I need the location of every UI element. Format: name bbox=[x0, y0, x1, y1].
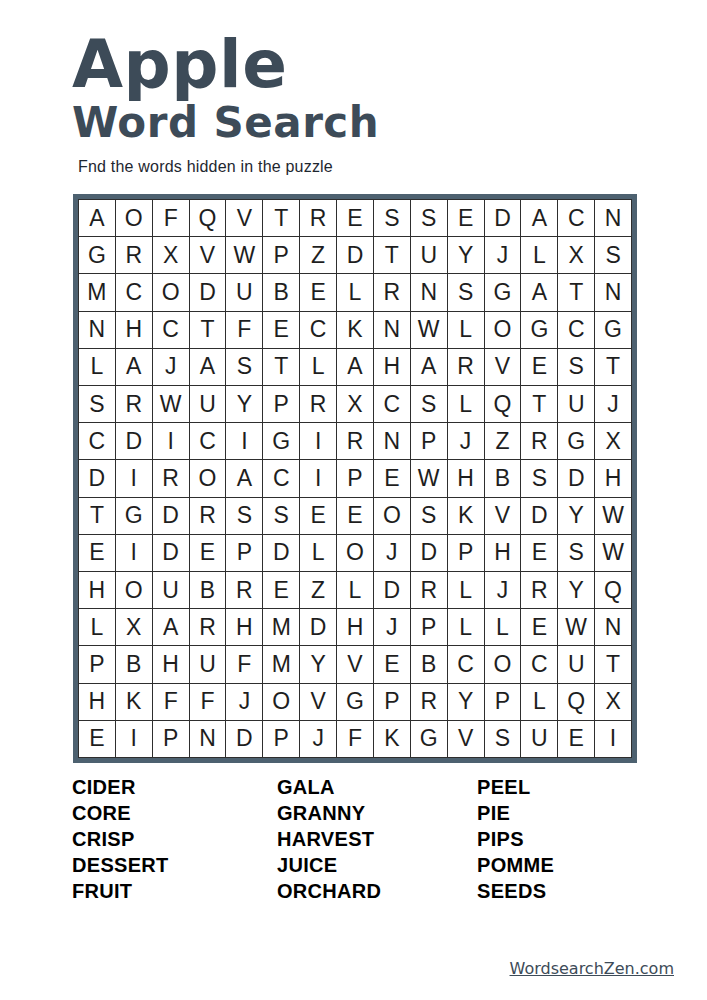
title-block: Apple Word Search bbox=[72, 30, 379, 146]
grid-cell-r11c9: D bbox=[374, 572, 410, 608]
word-core: CORE bbox=[72, 800, 169, 826]
grid-cell-r7c14: G bbox=[558, 423, 594, 459]
grid-cell-r2c4: V bbox=[190, 237, 226, 273]
grid-cell-r5c13: E bbox=[521, 349, 557, 385]
grid-cell-r7c15: X bbox=[595, 423, 631, 459]
grid-cell-r15c11: V bbox=[448, 721, 484, 757]
grid-cell-r7c6: G bbox=[263, 423, 299, 459]
grid-cell-r2c6: P bbox=[263, 237, 299, 273]
grid-cell-r1c6: T bbox=[263, 200, 299, 236]
grid-cell-r5c10: A bbox=[411, 349, 447, 385]
word-fruit: FRUIT bbox=[72, 878, 169, 904]
grid-cell-r7c11: J bbox=[448, 423, 484, 459]
grid-cell-r15c10: G bbox=[411, 721, 447, 757]
grid-cell-r3c6: B bbox=[263, 274, 299, 310]
grid-cell-r8c7: I bbox=[300, 460, 336, 496]
grid-cell-r1c2: O bbox=[116, 200, 152, 236]
grid-cell-r5c11: R bbox=[448, 349, 484, 385]
grid-cell-r10c6: D bbox=[263, 535, 299, 571]
grid-cell-r10c13: E bbox=[521, 535, 557, 571]
grid-cell-r5c6: T bbox=[263, 349, 299, 385]
grid-cell-r12c6: M bbox=[263, 609, 299, 645]
grid-cell-r6c6: P bbox=[263, 386, 299, 422]
grid-cell-r7c12: Z bbox=[485, 423, 521, 459]
grid-cell-r1c4: Q bbox=[190, 200, 226, 236]
grid-cell-r7c13: R bbox=[521, 423, 557, 459]
grid-cell-r8c8: P bbox=[337, 460, 373, 496]
grid-cell-r14c11: Y bbox=[448, 684, 484, 720]
grid-cell-r5c12: V bbox=[485, 349, 521, 385]
grid-cell-r3c10: N bbox=[411, 274, 447, 310]
grid-cell-r15c15: I bbox=[595, 721, 631, 757]
grid-cell-r1c8: E bbox=[337, 200, 373, 236]
grid-cell-r13c8: V bbox=[337, 646, 373, 682]
grid-cell-r7c2: D bbox=[116, 423, 152, 459]
grid-cell-r14c15: X bbox=[595, 684, 631, 720]
grid-cell-r6c11: L bbox=[448, 386, 484, 422]
grid-cell-r8c9: E bbox=[374, 460, 410, 496]
grid-cell-r6c7: R bbox=[300, 386, 336, 422]
grid-cell-r1c12: D bbox=[485, 200, 521, 236]
grid-cell-r15c13: U bbox=[521, 721, 557, 757]
grid-cell-r15c2: I bbox=[116, 721, 152, 757]
grid-cell-r9c11: K bbox=[448, 498, 484, 534]
word-column-1: CIDERCORECRISPDESSERTFRUIT bbox=[72, 774, 169, 904]
grid-cell-r2c15: S bbox=[595, 237, 631, 273]
grid-cell-r15c9: K bbox=[374, 721, 410, 757]
grid-cell-r5c2: A bbox=[116, 349, 152, 385]
grid-cell-r8c12: B bbox=[485, 460, 521, 496]
grid-cell-r3c3: O bbox=[153, 274, 189, 310]
grid-cell-r2c12: J bbox=[485, 237, 521, 273]
grid-cell-r11c12: J bbox=[485, 572, 521, 608]
grid-cell-r2c2: R bbox=[116, 237, 152, 273]
word-juice: JUICE bbox=[277, 852, 381, 878]
grid-cell-r8c10: W bbox=[411, 460, 447, 496]
grid-cell-r1c11: E bbox=[448, 200, 484, 236]
grid-cell-r14c3: F bbox=[153, 684, 189, 720]
grid-cell-r4c4: T bbox=[190, 312, 226, 348]
grid-cell-r4c3: C bbox=[153, 312, 189, 348]
grid-cell-r13c5: F bbox=[226, 646, 262, 682]
grid-cell-r12c11: L bbox=[448, 609, 484, 645]
grid-cell-r8c1: D bbox=[79, 460, 115, 496]
grid-cell-r8c2: I bbox=[116, 460, 152, 496]
word-dessert: DESSERT bbox=[72, 852, 169, 878]
grid-cell-r6c4: U bbox=[190, 386, 226, 422]
grid-cell-r2c10: U bbox=[411, 237, 447, 273]
site-link[interactable]: WordsearchZen.com bbox=[510, 959, 674, 978]
grid-cell-r10c15: W bbox=[595, 535, 631, 571]
grid-cell-r6c2: R bbox=[116, 386, 152, 422]
word-crisp: CRISP bbox=[72, 826, 169, 852]
grid-cell-r5c14: S bbox=[558, 349, 594, 385]
grid-cell-r7c1: C bbox=[79, 423, 115, 459]
grid-cell-r15c14: E bbox=[558, 721, 594, 757]
grid-cell-r9c7: E bbox=[300, 498, 336, 534]
grid-cell-r3c8: L bbox=[337, 274, 373, 310]
grid-cell-r1c5: V bbox=[226, 200, 262, 236]
grid-cell-r7c5: I bbox=[226, 423, 262, 459]
grid-cell-r12c12: L bbox=[485, 609, 521, 645]
grid-cell-r7c9: N bbox=[374, 423, 410, 459]
grid-cell-r12c10: P bbox=[411, 609, 447, 645]
grid-cell-r10c8: O bbox=[337, 535, 373, 571]
grid-cell-r5c7: L bbox=[300, 349, 336, 385]
grid-cell-r4c2: H bbox=[116, 312, 152, 348]
grid-cell-r13c13: C bbox=[521, 646, 557, 682]
grid-cell-r6c1: S bbox=[79, 386, 115, 422]
grid-cell-r8c6: C bbox=[263, 460, 299, 496]
grid-cell-r12c5: H bbox=[226, 609, 262, 645]
grid-cell-r12c13: E bbox=[521, 609, 557, 645]
grid-cell-r11c7: Z bbox=[300, 572, 336, 608]
word-pomme: POMME bbox=[477, 852, 554, 878]
grid-cell-r5c5: S bbox=[226, 349, 262, 385]
grid-cell-r9c8: E bbox=[337, 498, 373, 534]
grid-cell-r10c14: S bbox=[558, 535, 594, 571]
grid-cell-r13c11: C bbox=[448, 646, 484, 682]
grid-cell-r13c1: P bbox=[79, 646, 115, 682]
grid-cell-r3c13: A bbox=[521, 274, 557, 310]
grid-cell-r10c9: J bbox=[374, 535, 410, 571]
grid-cell-r9c4: R bbox=[190, 498, 226, 534]
grid-cell-r15c7: J bbox=[300, 721, 336, 757]
grid-cell-r11c13: R bbox=[521, 572, 557, 608]
grid-cell-r1c9: S bbox=[374, 200, 410, 236]
grid-cell-r15c1: E bbox=[79, 721, 115, 757]
grid-cell-r9c9: O bbox=[374, 498, 410, 534]
grid-cell-r1c10: S bbox=[411, 200, 447, 236]
grid-cell-r14c2: K bbox=[116, 684, 152, 720]
grid-cell-r4c11: L bbox=[448, 312, 484, 348]
grid-cell-r13c9: E bbox=[374, 646, 410, 682]
grid-cell-r10c1: E bbox=[79, 535, 115, 571]
grid-cell-r14c1: H bbox=[79, 684, 115, 720]
grid-cell-r8c13: S bbox=[521, 460, 557, 496]
grid-cell-r6c14: U bbox=[558, 386, 594, 422]
grid-cell-r7c8: R bbox=[337, 423, 373, 459]
grid-cell-r13c3: H bbox=[153, 646, 189, 682]
word-granny: GRANNY bbox=[277, 800, 381, 826]
grid-cell-r15c8: F bbox=[337, 721, 373, 757]
grid-cell-r9c14: Y bbox=[558, 498, 594, 534]
grid-cell-r4c8: K bbox=[337, 312, 373, 348]
grid-cell-r10c4: E bbox=[190, 535, 226, 571]
word-pie: PIE bbox=[477, 800, 554, 826]
grid-cell-r13c6: M bbox=[263, 646, 299, 682]
grid-cell-r13c2: B bbox=[116, 646, 152, 682]
grid-cell-r2c14: X bbox=[558, 237, 594, 273]
word-column-3: PEELPIEPIPSPOMMESEEDS bbox=[477, 774, 554, 904]
grid-cell-r9c5: S bbox=[226, 498, 262, 534]
grid-cell-r11c6: E bbox=[263, 572, 299, 608]
grid-cell-r8c15: H bbox=[595, 460, 631, 496]
grid-cell-r1c1: A bbox=[79, 200, 115, 236]
grid-cell-r11c2: O bbox=[116, 572, 152, 608]
grid-cell-r8c3: R bbox=[153, 460, 189, 496]
grid-cell-r13c15: T bbox=[595, 646, 631, 682]
grid-cell-r4c6: E bbox=[263, 312, 299, 348]
grid-cell-r4c5: F bbox=[226, 312, 262, 348]
page-subtitle: Word Search bbox=[72, 100, 379, 146]
grid-cell-r10c11: P bbox=[448, 535, 484, 571]
grid-cell-r12c8: H bbox=[337, 609, 373, 645]
grid-cell-r9c12: V bbox=[485, 498, 521, 534]
grid-cell-r3c12: G bbox=[485, 274, 521, 310]
grid-cell-r12c14: W bbox=[558, 609, 594, 645]
grid-cell-r3c11: S bbox=[448, 274, 484, 310]
grid-cell-r3c15: N bbox=[595, 274, 631, 310]
grid-cell-r5c4: A bbox=[190, 349, 226, 385]
grid-cell-r2c8: D bbox=[337, 237, 373, 273]
grid-cell-r12c2: X bbox=[116, 609, 152, 645]
grid-cell-r14c6: O bbox=[263, 684, 299, 720]
grid-cell-r1c13: A bbox=[521, 200, 557, 236]
grid-cell-r8c11: H bbox=[448, 460, 484, 496]
word-seeds: SEEDS bbox=[477, 878, 554, 904]
instruction-text: Fnd the words hidden in the puzzle bbox=[78, 158, 333, 176]
grid-cell-r9c15: W bbox=[595, 498, 631, 534]
word-pips: PIPS bbox=[477, 826, 554, 852]
grid-cell-r6c9: C bbox=[374, 386, 410, 422]
grid-cell-r4c14: C bbox=[558, 312, 594, 348]
grid-cell-r6c13: T bbox=[521, 386, 557, 422]
grid-cell-r2c7: Z bbox=[300, 237, 336, 273]
grid-cell-r11c10: R bbox=[411, 572, 447, 608]
puzzle-grid: AOFQVTRESSEDACNGRXVWPZDTUYJLXSMCODUBELRN… bbox=[73, 194, 637, 763]
grid-cell-r4c15: G bbox=[595, 312, 631, 348]
grid-cell-r11c1: H bbox=[79, 572, 115, 608]
grid-cell-r7c7: I bbox=[300, 423, 336, 459]
grid-cell-r1c3: F bbox=[153, 200, 189, 236]
grid-cell-r9c3: D bbox=[153, 498, 189, 534]
grid-cell-r11c8: L bbox=[337, 572, 373, 608]
grid-cell-r12c4: R bbox=[190, 609, 226, 645]
grid-cell-r14c14: Q bbox=[558, 684, 594, 720]
grid-cell-r4c13: G bbox=[521, 312, 557, 348]
grid-cell-r8c5: A bbox=[226, 460, 262, 496]
grid-cell-r9c10: S bbox=[411, 498, 447, 534]
grid-cell-r11c3: U bbox=[153, 572, 189, 608]
grid-cell-r14c13: L bbox=[521, 684, 557, 720]
grid-cell-r11c14: Y bbox=[558, 572, 594, 608]
grid-cell-r3c9: R bbox=[374, 274, 410, 310]
grid-cell-r13c10: B bbox=[411, 646, 447, 682]
grid-cell-r11c11: L bbox=[448, 572, 484, 608]
grid-cell-r8c4: O bbox=[190, 460, 226, 496]
grid-cell-r3c4: D bbox=[190, 274, 226, 310]
grid-cell-r10c7: L bbox=[300, 535, 336, 571]
grid-cell-r11c4: B bbox=[190, 572, 226, 608]
grid-cell-r7c10: P bbox=[411, 423, 447, 459]
grid-cell-r15c6: P bbox=[263, 721, 299, 757]
grid-cell-r4c12: O bbox=[485, 312, 521, 348]
grid-cell-r2c5: W bbox=[226, 237, 262, 273]
grid-cell-r9c13: D bbox=[521, 498, 557, 534]
word-cider: CIDER bbox=[72, 774, 169, 800]
grid-cell-r5c1: L bbox=[79, 349, 115, 385]
grid-cell-r3c14: T bbox=[558, 274, 594, 310]
grid-cell-r4c1: N bbox=[79, 312, 115, 348]
grid-cell-r6c10: S bbox=[411, 386, 447, 422]
grid-cell-r2c3: X bbox=[153, 237, 189, 273]
grid-cell-r14c8: G bbox=[337, 684, 373, 720]
grid-cell-r9c1: T bbox=[79, 498, 115, 534]
grid-cell-r8c14: D bbox=[558, 460, 594, 496]
word-peel: PEEL bbox=[477, 774, 554, 800]
grid-cell-r1c15: N bbox=[595, 200, 631, 236]
grid-cell-r14c5: J bbox=[226, 684, 262, 720]
grid-cell-r12c7: D bbox=[300, 609, 336, 645]
grid-cell-r13c7: Y bbox=[300, 646, 336, 682]
grid-cell-r2c9: T bbox=[374, 237, 410, 273]
grid-cell-r15c4: N bbox=[190, 721, 226, 757]
grid-cell-r3c1: M bbox=[79, 274, 115, 310]
grid-cell-r12c9: J bbox=[374, 609, 410, 645]
grid-cell-r2c11: Y bbox=[448, 237, 484, 273]
grid-cell-r3c7: E bbox=[300, 274, 336, 310]
grid-cell-r2c1: G bbox=[79, 237, 115, 273]
word-column-2: GALAGRANNYHARVESTJUICEORCHARD bbox=[277, 774, 381, 904]
grid-cell-r4c10: W bbox=[411, 312, 447, 348]
grid-cell-r11c5: R bbox=[226, 572, 262, 608]
grid-cell-r1c14: C bbox=[558, 200, 594, 236]
page: { "game": "word-search", "header": { "ti… bbox=[0, 0, 707, 1000]
grid-cell-r13c12: O bbox=[485, 646, 521, 682]
grid-cell-r1c7: R bbox=[300, 200, 336, 236]
grid-cell-r14c7: V bbox=[300, 684, 336, 720]
grid-cell-r10c3: D bbox=[153, 535, 189, 571]
grid-cell-r3c2: C bbox=[116, 274, 152, 310]
grid-cell-r5c9: H bbox=[374, 349, 410, 385]
grid-cell-r4c7: C bbox=[300, 312, 336, 348]
word-gala: GALA bbox=[277, 774, 381, 800]
grid-cell-r13c4: U bbox=[190, 646, 226, 682]
grid-cell-r3c5: U bbox=[226, 274, 262, 310]
grid-cell-r15c5: D bbox=[226, 721, 262, 757]
grid-cell-r7c3: I bbox=[153, 423, 189, 459]
grid-cell-r10c10: D bbox=[411, 535, 447, 571]
grid-cell-r15c3: P bbox=[153, 721, 189, 757]
grid-cell-r9c2: G bbox=[116, 498, 152, 534]
grid-cell-r5c8: A bbox=[337, 349, 373, 385]
grid-cell-r6c3: W bbox=[153, 386, 189, 422]
grid-cell-r14c10: R bbox=[411, 684, 447, 720]
grid-cell-r4c9: N bbox=[374, 312, 410, 348]
grid-cell-r6c8: X bbox=[337, 386, 373, 422]
grid-cell-r6c12: Q bbox=[485, 386, 521, 422]
grid-cell-r11c15: Q bbox=[595, 572, 631, 608]
grid-cell-r14c9: P bbox=[374, 684, 410, 720]
grid-cell-r2c13: L bbox=[521, 237, 557, 273]
grid-cell-r12c15: N bbox=[595, 609, 631, 645]
page-title: Apple bbox=[72, 30, 379, 100]
grid-cell-r15c12: S bbox=[485, 721, 521, 757]
grid-cell-r13c14: U bbox=[558, 646, 594, 682]
grid-cell-r7c4: C bbox=[190, 423, 226, 459]
grid-cell-r9c6: S bbox=[263, 498, 299, 534]
grid-cell-r12c1: L bbox=[79, 609, 115, 645]
grid-cell-r5c3: J bbox=[153, 349, 189, 385]
grid-cell-r5c15: T bbox=[595, 349, 631, 385]
word-orchard: ORCHARD bbox=[277, 878, 381, 904]
grid-cell-r6c15: J bbox=[595, 386, 631, 422]
grid-cell-r14c12: P bbox=[485, 684, 521, 720]
grid-cell-r10c5: P bbox=[226, 535, 262, 571]
grid-cell-r14c4: F bbox=[190, 684, 226, 720]
grid-cell-r6c5: Y bbox=[226, 386, 262, 422]
grid-cell-r10c12: H bbox=[485, 535, 521, 571]
word-harvest: HARVEST bbox=[277, 826, 381, 852]
grid-cell-r12c3: A bbox=[153, 609, 189, 645]
grid-cell-r10c2: I bbox=[116, 535, 152, 571]
